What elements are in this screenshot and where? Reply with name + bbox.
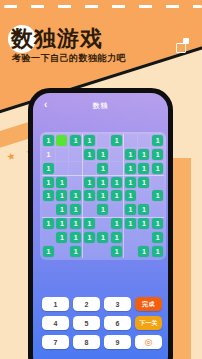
sudoku-cell-r6c5[interactable]: 1 xyxy=(97,203,110,216)
sudoku-cell-r1c9[interactable]: 1 xyxy=(151,134,164,147)
page-title: 数独游戏 xyxy=(11,24,103,54)
sudoku-cell-r9c4[interactable] xyxy=(83,245,96,258)
sudoku-cell-r9c8[interactable]: 1 xyxy=(138,245,151,258)
digit-button-1[interactable]: 1 xyxy=(42,297,69,311)
sudoku-cell-r1c3[interactable]: 1 xyxy=(69,134,82,147)
digit-button-2[interactable]: 2 xyxy=(73,297,100,311)
sudoku-cell-r3c1[interactable]: 1 xyxy=(42,162,55,175)
sudoku-cell-r9c1[interactable]: 1 xyxy=(42,245,55,258)
sudoku-cell-r6c3[interactable]: 1 xyxy=(69,203,82,216)
page-subtitle: 考验一下自己的数独能力吧 xyxy=(12,52,126,65)
sudoku-cell-r8c8[interactable] xyxy=(138,231,151,244)
sudoku-cell-r7c6[interactable]: 1 xyxy=(110,217,123,230)
right-orange-stripe xyxy=(170,158,191,359)
sudoku-cell-r2c9[interactable]: 1 xyxy=(151,148,164,161)
sudoku-cell-r7c2[interactable]: 1 xyxy=(56,217,69,230)
sudoku-cell-r5c9[interactable]: 1 xyxy=(151,190,164,203)
sudoku-cell-r6c7[interactable]: 1 xyxy=(124,203,137,216)
dashed-line-decoration xyxy=(4,5,202,8)
sudoku-cell-r5c4[interactable]: 1 xyxy=(83,190,96,203)
sudoku-cell-r8c2[interactable]: 1 xyxy=(56,231,69,244)
sudoku-cell-r7c8[interactable]: 1 xyxy=(138,217,151,230)
sudoku-cell-r4c4[interactable]: 1 xyxy=(83,176,96,189)
sudoku-cell-r3c4[interactable] xyxy=(83,162,96,175)
sudoku-cell-r5c7[interactable]: 1 xyxy=(124,190,137,203)
digit-button-6[interactable]: 6 xyxy=(104,316,131,330)
sudoku-cell-r6c4[interactable] xyxy=(83,203,96,216)
digit-button-5[interactable]: 5 xyxy=(73,316,100,330)
sudoku-cell-r3c5[interactable]: 1 xyxy=(97,162,110,175)
sudoku-cell-r7c3[interactable]: 1 xyxy=(69,217,82,230)
sudoku-cell-r9c6[interactable]: 1 xyxy=(110,245,123,258)
digit-button-9[interactable]: 9 xyxy=(104,335,131,349)
phone-mockup: ‹ 数独 11111111111111111111111111111111111… xyxy=(28,88,173,359)
sudoku-cell-r2c3[interactable] xyxy=(69,148,82,161)
sudoku-cell-r4c1[interactable]: 1 xyxy=(42,176,55,189)
sudoku-cell-r7c1[interactable]: 1 xyxy=(42,217,55,230)
sudoku-cell-r2c2[interactable] xyxy=(56,148,69,161)
sudoku-cell-r7c9[interactable]: 1 xyxy=(151,217,164,230)
sudoku-cell-r6c6[interactable] xyxy=(110,203,123,216)
sudoku-cell-r4c7[interactable]: 1 xyxy=(124,176,137,189)
sudoku-cell-r1c2[interactable] xyxy=(56,134,69,147)
sudoku-cell-r8c4[interactable]: 1 xyxy=(83,231,96,244)
sudoku-cell-r1c4[interactable]: 1 xyxy=(83,134,96,147)
sudoku-cell-r3c6[interactable] xyxy=(110,162,123,175)
sudoku-cell-r1c6[interactable]: 1 xyxy=(110,134,123,147)
sudoku-cell-r6c9[interactable] xyxy=(151,203,164,216)
sudoku-cell-r6c2[interactable]: 1 xyxy=(56,203,69,216)
sudoku-cell-r9c3[interactable]: 1 xyxy=(69,245,82,258)
nav-bar: ‹ 数独 xyxy=(33,100,168,112)
sudoku-cell-r1c8[interactable] xyxy=(138,134,151,147)
sudoku-cell-r5c6[interactable]: 1 xyxy=(110,190,123,203)
sudoku-cell-r4c6[interactable]: 1 xyxy=(110,176,123,189)
sudoku-cell-r5c5[interactable]: 1 xyxy=(97,190,110,203)
target-icon-button[interactable]: ◎ xyxy=(135,335,162,349)
sudoku-cell-r1c1[interactable]: 1 xyxy=(42,134,55,147)
nav-title: 数独 xyxy=(33,100,168,112)
sudoku-cell-r5c3[interactable]: 1 xyxy=(69,190,82,203)
sudoku-cell-r2c1[interactable]: 1 xyxy=(42,148,55,161)
next-level-button[interactable]: 下一关 xyxy=(135,316,162,330)
sudoku-cell-r8c1[interactable] xyxy=(42,231,55,244)
sudoku-cell-r2c4[interactable]: 1 xyxy=(83,148,96,161)
sudoku-cell-r9c5[interactable] xyxy=(97,245,110,258)
sudoku-board: 1111111111111111111111111111111111111111… xyxy=(40,132,166,260)
sudoku-cell-r9c2[interactable] xyxy=(56,245,69,258)
sudoku-cell-r4c3[interactable] xyxy=(69,176,82,189)
sudoku-cell-r3c8[interactable]: 1 xyxy=(138,162,151,175)
sudoku-cell-r8c7[interactable] xyxy=(124,231,137,244)
sudoku-cell-r6c1[interactable] xyxy=(42,203,55,216)
sudoku-cell-r6c8[interactable]: 1 xyxy=(138,203,151,216)
sudoku-cell-r2c7[interactable]: 1 xyxy=(124,148,137,161)
sudoku-cell-r9c7[interactable] xyxy=(124,245,137,258)
sudoku-cell-r1c7[interactable] xyxy=(124,134,137,147)
sudoku-cell-r3c9[interactable]: 1 xyxy=(151,162,164,175)
sudoku-cell-r5c8[interactable] xyxy=(138,190,151,203)
sudoku-cell-r3c2[interactable] xyxy=(56,162,69,175)
digit-button-8[interactable]: 8 xyxy=(73,335,100,349)
sudoku-cell-r5c1[interactable]: 1 xyxy=(42,190,55,203)
sudoku-cell-r2c8[interactable]: 1 xyxy=(138,148,151,161)
sudoku-cell-r8c3[interactable]: 1 xyxy=(69,231,82,244)
app-screenshot: ★ ★ ★ 数独游戏 考验一下自己的数独能力吧 ‹ 数独 11111111111… xyxy=(0,0,202,359)
sudoku-cell-r7c4[interactable]: 1 xyxy=(83,217,96,230)
sudoku-cell-r1c5[interactable] xyxy=(97,134,110,147)
sudoku-cell-r3c7[interactable]: 1 xyxy=(124,162,137,175)
overlap-squares-icon xyxy=(176,38,190,52)
digit-button-3[interactable]: 3 xyxy=(104,297,131,311)
sudoku-cell-r7c5[interactable] xyxy=(97,217,110,230)
sudoku-cell-r4c9[interactable] xyxy=(151,176,164,189)
sudoku-cell-r7c7[interactable]: 1 xyxy=(124,217,137,230)
sudoku-cell-r9c9[interactable]: 1 xyxy=(151,245,164,258)
sudoku-cell-r8c5[interactable]: 1 xyxy=(97,231,110,244)
number-keypad: 123完成456下一关789◎ xyxy=(42,297,162,349)
sudoku-cell-r4c8[interactable]: 1 xyxy=(138,176,151,189)
sudoku-cell-r3c3[interactable] xyxy=(69,162,82,175)
sudoku-cell-r4c5[interactable]: 1 xyxy=(97,176,110,189)
sudoku-cell-r8c6[interactable]: 1 xyxy=(110,231,123,244)
sudoku-cell-r2c5[interactable]: 1 xyxy=(97,148,110,161)
sudoku-cell-r5c2[interactable]: 1 xyxy=(56,190,69,203)
sudoku-cell-r4c2[interactable]: 1 xyxy=(56,176,69,189)
sudoku-cell-r2c6[interactable] xyxy=(110,148,123,161)
digit-button-4[interactable]: 4 xyxy=(42,316,69,330)
digit-button-7[interactable]: 7 xyxy=(42,335,69,349)
sudoku-cell-r8c9[interactable]: 1 xyxy=(151,231,164,244)
done-button[interactable]: 完成 xyxy=(135,297,162,311)
